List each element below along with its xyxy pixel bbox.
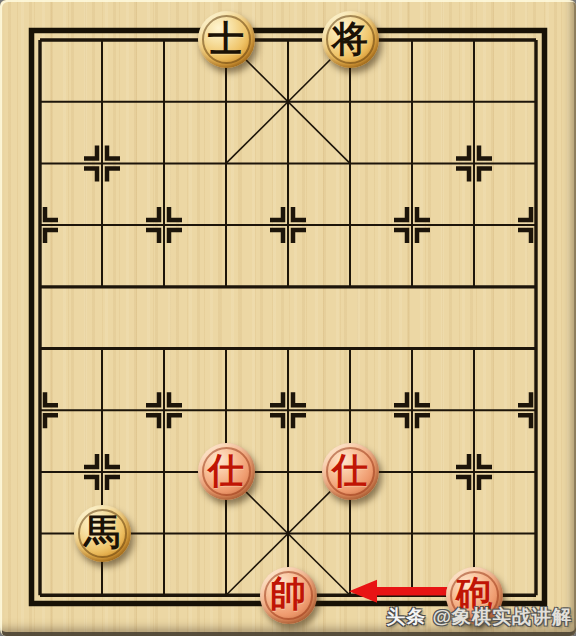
piece-character: 帥 <box>270 576 306 612</box>
piece-black-advisor[interactable]: 士 <box>198 11 255 68</box>
piece-character: 仕 <box>332 453 368 489</box>
piece-red-advisor-right[interactable]: 仕 <box>322 443 379 500</box>
watermark-prefix: 头条 <box>386 606 432 627</box>
piece-red-advisor-left[interactable]: 仕 <box>198 443 255 500</box>
watermark-handle: @象棋实战讲解 <box>432 606 572 627</box>
piece-red-general[interactable]: 帥 <box>260 567 317 624</box>
watermark: 头条 @象棋实战讲解 <box>386 604 572 630</box>
xiangqi-board: 士将馬仕仕帥砲 头条 @象棋实战讲解 <box>0 0 576 636</box>
piece-character: 士 <box>208 21 244 57</box>
piece-character: 馬 <box>84 514 120 550</box>
piece-character: 将 <box>332 21 368 57</box>
piece-black-general[interactable]: 将 <box>322 11 379 68</box>
piece-character: 仕 <box>208 453 244 489</box>
piece-black-horse[interactable]: 馬 <box>74 505 131 562</box>
pieces-layer: 士将馬仕仕帥砲 <box>9 9 567 626</box>
